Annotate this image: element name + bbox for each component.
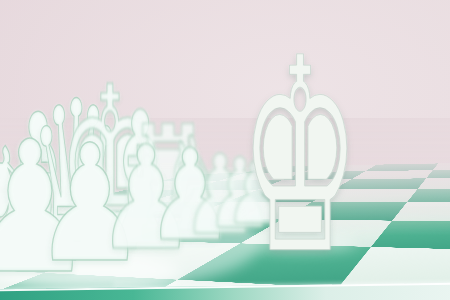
piece-layer: ♞♝♛♚♝♜♞♟♟♟♟♟♟♟♚: [0, 0, 450, 300]
glass-chess-scene: ♟♟♟♚ ♞♝♛♚♝♜♞♟♟♟♟♟♟♟♚: [0, 0, 450, 300]
piece-frosted-king: ♚: [240, 23, 360, 291]
